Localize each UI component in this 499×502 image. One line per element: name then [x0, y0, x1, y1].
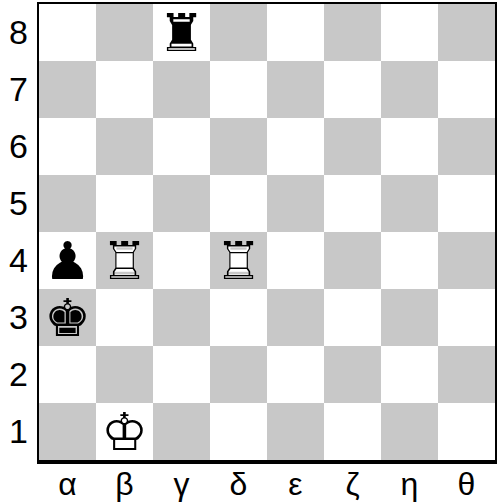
white-piece-outline: ♖	[210, 232, 267, 289]
rank-label-1: 1	[0, 403, 37, 460]
square-e5[interactable]	[267, 175, 324, 232]
square-b3[interactable]	[96, 289, 153, 346]
square-c2[interactable]	[153, 346, 210, 403]
rank-label-5: 5	[0, 175, 37, 232]
square-h7[interactable]	[438, 61, 495, 118]
square-g2[interactable]	[381, 346, 438, 403]
square-b8[interactable]	[96, 4, 153, 61]
square-h1[interactable]	[438, 403, 495, 460]
rank-labels: 87654321	[0, 2, 37, 460]
chess-board: ♜♟♜♖♜♖♚♚♔	[37, 2, 497, 464]
piece-white-rook: ♜♖	[210, 232, 267, 289]
square-g3[interactable]	[381, 289, 438, 346]
square-f7[interactable]	[324, 61, 381, 118]
square-e8[interactable]	[267, 4, 324, 61]
square-c1[interactable]	[153, 403, 210, 460]
square-d4[interactable]: ♜♖	[210, 232, 267, 289]
square-d6[interactable]	[210, 118, 267, 175]
file-label-e: ε	[267, 464, 324, 502]
square-c7[interactable]	[153, 61, 210, 118]
square-a8[interactable]	[39, 4, 96, 61]
file-label-a: α	[39, 464, 96, 502]
square-d1[interactable]	[210, 403, 267, 460]
piece-black-pawn: ♟	[39, 232, 96, 289]
square-c5[interactable]	[153, 175, 210, 232]
square-f2[interactable]	[324, 346, 381, 403]
square-f6[interactable]	[324, 118, 381, 175]
square-a1[interactable]	[39, 403, 96, 460]
file-label-d: δ	[210, 464, 267, 502]
square-e6[interactable]	[267, 118, 324, 175]
square-d7[interactable]	[210, 61, 267, 118]
rank-label-8: 8	[0, 4, 37, 61]
square-a3[interactable]: ♚	[39, 289, 96, 346]
square-b4[interactable]: ♜♖	[96, 232, 153, 289]
file-labels: αβγδεζηθ	[39, 464, 499, 502]
square-e3[interactable]	[267, 289, 324, 346]
square-e7[interactable]	[267, 61, 324, 118]
square-c8[interactable]: ♜	[153, 4, 210, 61]
square-h6[interactable]	[438, 118, 495, 175]
rank-label-6: 6	[0, 118, 37, 175]
square-h4[interactable]	[438, 232, 495, 289]
square-b1[interactable]: ♚♔	[96, 403, 153, 460]
square-c4[interactable]	[153, 232, 210, 289]
white-piece-outline: ♔	[96, 403, 153, 460]
square-g6[interactable]	[381, 118, 438, 175]
file-label-f: ζ	[324, 464, 381, 502]
square-a6[interactable]	[39, 118, 96, 175]
square-d2[interactable]	[210, 346, 267, 403]
chess-diagram: 87654321 ♜♟♜♖♜♖♚♚♔ αβγδεζηθ	[0, 0, 499, 502]
rank-label-4: 4	[0, 232, 37, 289]
file-label-b: β	[96, 464, 153, 502]
square-g1[interactable]	[381, 403, 438, 460]
square-e4[interactable]	[267, 232, 324, 289]
square-d5[interactable]	[210, 175, 267, 232]
file-label-g: η	[381, 464, 438, 502]
square-f5[interactable]	[324, 175, 381, 232]
square-a4[interactable]: ♟	[39, 232, 96, 289]
square-g4[interactable]	[381, 232, 438, 289]
square-h5[interactable]	[438, 175, 495, 232]
file-label-c: γ	[153, 464, 210, 502]
square-b7[interactable]	[96, 61, 153, 118]
square-g7[interactable]	[381, 61, 438, 118]
square-c3[interactable]	[153, 289, 210, 346]
file-label-h: θ	[438, 464, 495, 502]
piece-black-king: ♚	[39, 289, 96, 346]
square-b2[interactable]	[96, 346, 153, 403]
square-e2[interactable]	[267, 346, 324, 403]
square-h3[interactable]	[438, 289, 495, 346]
rank-label-7: 7	[0, 61, 37, 118]
square-d3[interactable]	[210, 289, 267, 346]
square-e1[interactable]	[267, 403, 324, 460]
square-d8[interactable]	[210, 4, 267, 61]
white-piece-outline: ♖	[96, 232, 153, 289]
square-b5[interactable]	[96, 175, 153, 232]
square-a7[interactable]	[39, 61, 96, 118]
rank-label-2: 2	[0, 346, 37, 403]
square-c6[interactable]	[153, 118, 210, 175]
square-a2[interactable]	[39, 346, 96, 403]
square-h2[interactable]	[438, 346, 495, 403]
piece-black-rook: ♜	[153, 4, 210, 61]
square-f3[interactable]	[324, 289, 381, 346]
board-area: 87654321 ♜♟♜♖♜♖♚♚♔	[0, 0, 499, 464]
square-g5[interactable]	[381, 175, 438, 232]
square-g8[interactable]	[381, 4, 438, 61]
square-f1[interactable]	[324, 403, 381, 460]
square-a5[interactable]	[39, 175, 96, 232]
square-f8[interactable]	[324, 4, 381, 61]
square-f4[interactable]	[324, 232, 381, 289]
rank-label-3: 3	[0, 289, 37, 346]
square-h8[interactable]	[438, 4, 495, 61]
piece-white-king: ♚♔	[96, 403, 153, 460]
square-b6[interactable]	[96, 118, 153, 175]
piece-white-rook: ♜♖	[96, 232, 153, 289]
